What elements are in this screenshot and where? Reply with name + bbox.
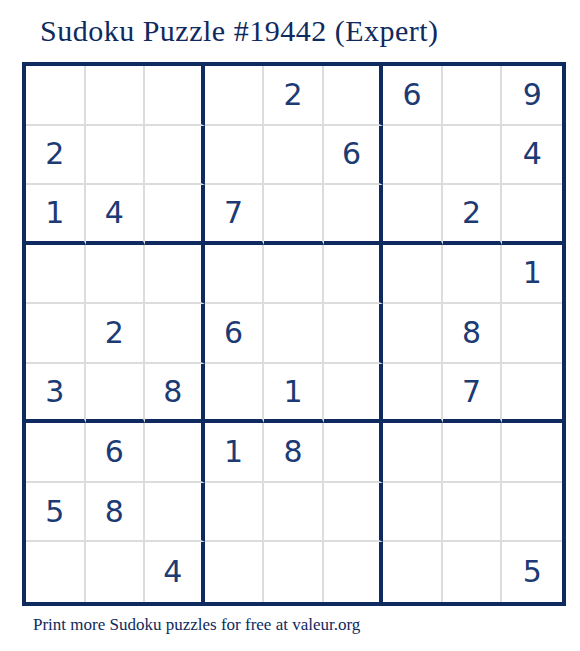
- given-digit: 4: [523, 139, 542, 169]
- sudoku-cell-r7c8: [443, 423, 503, 483]
- sudoku-cell-r3c9: [502, 185, 562, 245]
- sudoku-cell-r5c4: 6: [205, 304, 265, 364]
- given-digit: 7: [224, 198, 243, 228]
- sudoku-cell-r1c8: [443, 66, 503, 126]
- sudoku-cell-r3c8: 2: [443, 185, 503, 245]
- sudoku-cell-r6c5: 1: [264, 364, 324, 424]
- sudoku-cell-r3c5: [264, 185, 324, 245]
- sudoku-cell-r7c9: [502, 423, 562, 483]
- sudoku-cell-r9c5: [264, 542, 324, 602]
- sudoku-cell-r6c7: [383, 364, 443, 424]
- sudoku-cell-r3c2: 4: [86, 185, 146, 245]
- sudoku-print-page: Sudoku Puzzle #19442 (Expert) 2692641472…: [0, 0, 580, 651]
- sudoku-cell-r7c6: [324, 423, 384, 483]
- sudoku-cell-r4c6: [324, 245, 384, 305]
- sudoku-cell-r4c9: 1: [502, 245, 562, 305]
- sudoku-cell-r2c4: [205, 126, 265, 186]
- sudoku-cell-r8c5: [264, 483, 324, 543]
- sudoku-cell-r8c6: [324, 483, 384, 543]
- sudoku-cell-r3c7: [383, 185, 443, 245]
- sudoku-cell-r8c9: [502, 483, 562, 543]
- sudoku-cell-r6c3: 8: [145, 364, 205, 424]
- sudoku-cell-r8c8: [443, 483, 503, 543]
- given-digit: 6: [342, 139, 361, 169]
- sudoku-cell-r4c5: [264, 245, 324, 305]
- sudoku-cell-r8c7: [383, 483, 443, 543]
- sudoku-cell-r4c7: [383, 245, 443, 305]
- sudoku-cell-r4c8: [443, 245, 503, 305]
- sudoku-cell-r1c3: [145, 66, 205, 126]
- given-digit: 6: [403, 80, 422, 110]
- sudoku-cell-r9c1: [26, 542, 86, 602]
- sudoku-cell-r5c8: 8: [443, 304, 503, 364]
- given-digit: 4: [105, 198, 124, 228]
- given-digit: 2: [283, 80, 302, 110]
- given-digit: 1: [224, 437, 243, 467]
- sudoku-cell-r6c8: 7: [443, 364, 503, 424]
- sudoku-cell-r6c6: [324, 364, 384, 424]
- given-digit: 6: [105, 437, 124, 467]
- given-digit: 8: [163, 377, 182, 407]
- sudoku-cell-r8c2: 8: [86, 483, 146, 543]
- given-digit: 7: [462, 377, 481, 407]
- sudoku-cell-r6c1: 3: [26, 364, 86, 424]
- given-digit: 1: [283, 377, 302, 407]
- sudoku-cell-r5c6: [324, 304, 384, 364]
- sudoku-cell-r1c6: [324, 66, 384, 126]
- given-digit: 8: [283, 437, 302, 467]
- sudoku-cell-r7c2: 6: [86, 423, 146, 483]
- sudoku-cell-r1c7: 6: [383, 66, 443, 126]
- sudoku-cell-r5c1: [26, 304, 86, 364]
- given-digit: 2: [462, 198, 481, 228]
- sudoku-cell-r3c1: 1: [26, 185, 86, 245]
- sudoku-cell-r7c1: [26, 423, 86, 483]
- sudoku-cell-r6c2: [86, 364, 146, 424]
- sudoku-cell-r9c3: 4: [145, 542, 205, 602]
- sudoku-cell-r1c2: [86, 66, 146, 126]
- sudoku-cell-r8c4: [205, 483, 265, 543]
- sudoku-cell-r1c9: 9: [502, 66, 562, 126]
- sudoku-cell-r6c9: [502, 364, 562, 424]
- sudoku-cell-r7c4: 1: [205, 423, 265, 483]
- sudoku-cell-r1c5: 2: [264, 66, 324, 126]
- sudoku-cell-r2c5: [264, 126, 324, 186]
- given-digit: 8: [105, 497, 124, 527]
- footer-text: Print more Sudoku puzzles for free at va…: [33, 615, 360, 635]
- sudoku-cell-r8c1: 5: [26, 483, 86, 543]
- sudoku-cell-r2c7: [383, 126, 443, 186]
- sudoku-cell-r9c4: [205, 542, 265, 602]
- puzzle-title: Sudoku Puzzle #19442 (Expert): [40, 14, 439, 48]
- sudoku-cell-r5c7: [383, 304, 443, 364]
- sudoku-cell-r1c1: [26, 66, 86, 126]
- given-digit: 2: [45, 139, 64, 169]
- sudoku-cell-r3c4: 7: [205, 185, 265, 245]
- sudoku-cell-r4c1: [26, 245, 86, 305]
- sudoku-cell-r3c6: [324, 185, 384, 245]
- sudoku-cell-r2c9: 4: [502, 126, 562, 186]
- sudoku-cell-r3c3: [145, 185, 205, 245]
- sudoku-cell-r5c9: [502, 304, 562, 364]
- sudoku-cell-r6c4: [205, 364, 265, 424]
- sudoku-cell-r2c8: [443, 126, 503, 186]
- sudoku-cell-r9c6: [324, 542, 384, 602]
- sudoku-cell-r5c2: 2: [86, 304, 146, 364]
- sudoku-cell-r5c5: [264, 304, 324, 364]
- sudoku-cell-r5c3: [145, 304, 205, 364]
- sudoku-cell-r7c7: [383, 423, 443, 483]
- sudoku-board: 2692641472126838176185845: [22, 62, 566, 606]
- sudoku-cell-r9c7: [383, 542, 443, 602]
- given-digit: 8: [462, 318, 481, 348]
- sudoku-cell-r9c2: [86, 542, 146, 602]
- sudoku-cell-r2c6: 6: [324, 126, 384, 186]
- sudoku-cell-r7c5: 8: [264, 423, 324, 483]
- given-digit: 5: [523, 557, 542, 587]
- sudoku-cell-r2c2: [86, 126, 146, 186]
- sudoku-cell-r4c4: [205, 245, 265, 305]
- sudoku-cell-r8c3: [145, 483, 205, 543]
- given-digit: 9: [523, 80, 542, 110]
- given-digit: 6: [224, 318, 243, 348]
- sudoku-cell-r7c3: [145, 423, 205, 483]
- given-digit: 2: [105, 318, 124, 348]
- sudoku-cell-r4c2: [86, 245, 146, 305]
- sudoku-cell-r1c4: [205, 66, 265, 126]
- sudoku-cell-r9c8: [443, 542, 503, 602]
- sudoku-cell-r2c1: 2: [26, 126, 86, 186]
- sudoku-cell-r4c3: [145, 245, 205, 305]
- given-digit: 3: [45, 377, 64, 407]
- sudoku-cell-r9c9: 5: [502, 542, 562, 602]
- given-digit: 4: [163, 557, 182, 587]
- given-digit: 1: [523, 258, 542, 288]
- sudoku-cell-r2c3: [145, 126, 205, 186]
- given-digit: 5: [45, 497, 64, 527]
- given-digit: 1: [45, 198, 64, 228]
